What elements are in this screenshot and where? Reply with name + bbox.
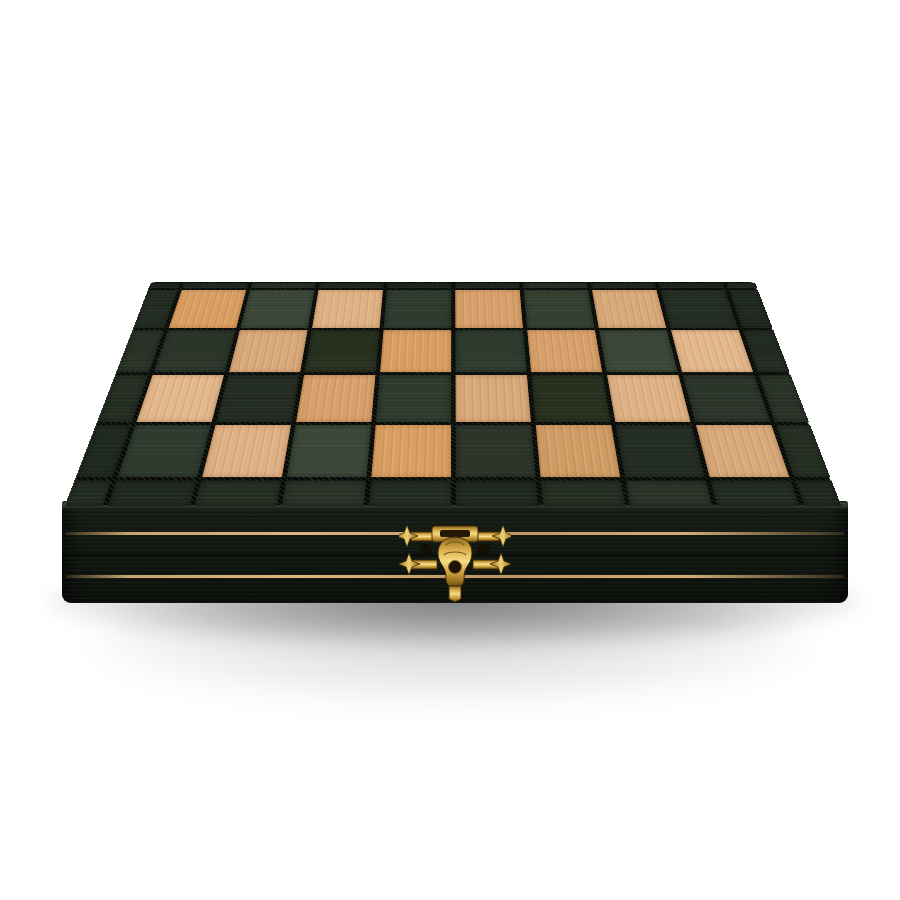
lid-border-cell	[711, 481, 800, 507]
lid-border-cell	[591, 283, 656, 288]
product-photo-scene	[0, 0, 900, 900]
lid-border-cell	[626, 481, 713, 507]
lid-border-cell	[387, 283, 451, 288]
box-lid-top	[65, 104, 840, 505]
board-cell	[376, 375, 451, 422]
board-cell	[153, 330, 235, 372]
lid-border-cell	[319, 283, 384, 288]
board-cell	[524, 290, 595, 328]
lid-border-cell	[251, 283, 316, 288]
board-cell	[169, 290, 246, 328]
board-cell	[536, 425, 620, 477]
box-front-face	[62, 501, 848, 603]
board-cell	[202, 425, 291, 477]
board-cell	[592, 290, 666, 328]
lid-border-cell	[108, 481, 197, 507]
lid-border-cell	[282, 481, 366, 507]
lid-border-cell	[523, 283, 588, 288]
board-cell	[287, 425, 371, 477]
board-cell	[371, 425, 451, 477]
board-cell	[456, 375, 531, 422]
lid-border-cell	[456, 481, 538, 507]
board-cell	[229, 330, 308, 372]
board-cell	[312, 290, 383, 328]
lid-border-cell	[150, 283, 181, 288]
lid-border-cell	[726, 283, 757, 288]
board-cell	[660, 290, 738, 328]
board-cell	[683, 375, 771, 422]
board-cell	[455, 330, 526, 372]
board-cell	[671, 330, 753, 372]
board-cell	[305, 330, 380, 372]
lid-border-cell	[659, 283, 725, 288]
board-cell	[455, 290, 523, 328]
lid-border-cell	[795, 481, 841, 507]
board-cell	[456, 425, 536, 477]
lid-border-cell	[369, 481, 451, 507]
board-cell	[607, 375, 690, 422]
brass-latch-icon	[399, 523, 511, 603]
board-cell	[599, 330, 678, 372]
board-cell	[118, 425, 211, 477]
board-cell	[696, 425, 790, 477]
board-cell	[531, 375, 610, 422]
board-cell	[616, 425, 705, 477]
lid-border-cell	[65, 481, 111, 507]
lid-border-cell	[455, 283, 519, 288]
board-cell	[384, 290, 452, 328]
lid-border-cell	[195, 481, 282, 507]
lid-border-cell	[182, 283, 248, 288]
board-cell	[216, 375, 299, 422]
board-cell	[380, 330, 451, 372]
lid-border-cell	[541, 481, 625, 507]
board-cell	[137, 375, 224, 422]
board-cell	[296, 375, 375, 422]
board-cell	[240, 290, 314, 328]
lid-checkerboard	[65, 282, 840, 505]
board-cell	[527, 330, 602, 372]
